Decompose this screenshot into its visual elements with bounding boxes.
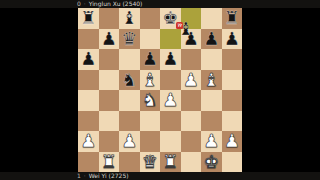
white-pawn[interactable]: ♟ <box>121 132 137 150</box>
square-g2[interactable]: ♟ <box>201 131 222 152</box>
square-a2[interactable]: ♟ <box>78 131 99 152</box>
square-b2[interactable] <box>99 131 120 152</box>
white-pawn[interactable]: ♟ <box>183 71 199 89</box>
top-player-bar: 0 · Yinglun Xu (2540) <box>0 0 320 8</box>
square-e3[interactable] <box>160 111 181 132</box>
square-c2[interactable]: ♟ <box>119 131 140 152</box>
bottom-player-bar: 1 · Wei Yi (2725) <box>0 172 320 180</box>
white-king[interactable]: ♚ <box>203 153 219 171</box>
square-a8[interactable]: ♜ <box>78 8 99 29</box>
square-c8[interactable]: ♝ <box>119 8 140 29</box>
white-pawn[interactable]: ♟ <box>162 91 178 109</box>
square-c4[interactable] <box>119 90 140 111</box>
square-f5[interactable]: ♟ <box>181 70 202 91</box>
bottom-player-score: 1 <box>77 172 81 180</box>
square-c3[interactable] <box>119 111 140 132</box>
square-d1[interactable]: ♛ <box>140 152 161 173</box>
square-h6[interactable] <box>222 49 243 70</box>
square-c7[interactable]: ♛ <box>119 29 140 50</box>
black-rook[interactable]: ♜ <box>224 9 240 27</box>
square-g6[interactable] <box>201 49 222 70</box>
black-pawn[interactable]: ♟ <box>101 30 117 48</box>
square-a3[interactable] <box>78 111 99 132</box>
white-bishop[interactable]: ♝ <box>142 71 158 89</box>
black-pawn[interactable]: ♟ <box>224 30 240 48</box>
square-d8[interactable] <box>140 8 161 29</box>
square-f3[interactable] <box>181 111 202 132</box>
blunder-annotation-badge: ?? <box>176 22 183 29</box>
square-h1[interactable] <box>222 152 243 173</box>
square-d7[interactable] <box>140 29 161 50</box>
square-f6[interactable] <box>181 49 202 70</box>
chess-broadcast-thumbnail: 0 · Yinglun Xu (2540) ♜♝♚♜♟♛♝♟♟♟♟♟♟♞♝♟♝♞… <box>0 0 320 180</box>
square-e2[interactable] <box>160 131 181 152</box>
square-h8[interactable]: ♜ <box>222 8 243 29</box>
square-b7[interactable]: ♟ <box>99 29 120 50</box>
square-c6[interactable] <box>119 49 140 70</box>
black-pawn[interactable]: ♟ <box>142 50 158 68</box>
square-d5[interactable]: ♝ <box>140 70 161 91</box>
white-pawn[interactable]: ♟ <box>80 132 96 150</box>
white-knight[interactable]: ♞ <box>142 91 158 109</box>
square-c5[interactable]: ♞ <box>119 70 140 91</box>
square-b1[interactable]: ♜ <box>99 152 120 173</box>
square-f2[interactable] <box>181 131 202 152</box>
square-g1[interactable]: ♚ <box>201 152 222 173</box>
white-pawn[interactable]: ♟ <box>203 132 219 150</box>
square-e6[interactable]: ♟ <box>160 49 181 70</box>
black-queen[interactable]: ♛ <box>121 30 137 48</box>
square-e7[interactable]: ♝ <box>160 29 181 50</box>
white-rook[interactable]: ♜ <box>101 153 117 171</box>
square-b6[interactable] <box>99 49 120 70</box>
white-queen[interactable]: ♛ <box>142 153 158 171</box>
black-knight[interactable]: ♞ <box>121 71 137 89</box>
square-a6[interactable]: ♟ <box>78 49 99 70</box>
square-f1[interactable] <box>181 152 202 173</box>
square-d2[interactable] <box>140 131 161 152</box>
square-g7[interactable]: ♟ <box>201 29 222 50</box>
square-e4[interactable]: ♟ <box>160 90 181 111</box>
square-e1[interactable]: ♜ <box>160 152 181 173</box>
black-pawn[interactable]: ♟ <box>162 50 178 68</box>
square-a7[interactable] <box>78 29 99 50</box>
square-b3[interactable] <box>99 111 120 132</box>
square-g5[interactable]: ♝ <box>201 70 222 91</box>
square-h4[interactable] <box>222 90 243 111</box>
square-g4[interactable] <box>201 90 222 111</box>
square-h3[interactable] <box>222 111 243 132</box>
square-g3[interactable] <box>201 111 222 132</box>
black-rook[interactable]: ♜ <box>80 9 96 27</box>
square-b5[interactable] <box>99 70 120 91</box>
square-h2[interactable]: ♟ <box>222 131 243 152</box>
square-b8[interactable] <box>99 8 120 29</box>
black-pawn[interactable]: ♟ <box>203 30 219 48</box>
square-b4[interactable] <box>99 90 120 111</box>
square-f4[interactable] <box>181 90 202 111</box>
square-d3[interactable] <box>140 111 161 132</box>
chess-board[interactable]: ♜♝♚♜♟♛♝♟♟♟♟♟♟♞♝♟♝♞♟♟♟♟♟♜♛♜♚ <box>78 8 242 172</box>
square-g8[interactable] <box>201 8 222 29</box>
square-c1[interactable] <box>119 152 140 173</box>
square-a5[interactable] <box>78 70 99 91</box>
square-d4[interactable]: ♞ <box>140 90 161 111</box>
square-h5[interactable] <box>222 70 243 91</box>
white-pawn[interactable]: ♟ <box>224 132 240 150</box>
bottom-player-name: Wei Yi (2725) <box>89 172 129 180</box>
white-bishop[interactable]: ♝ <box>203 71 219 89</box>
square-a4[interactable] <box>78 90 99 111</box>
black-pawn[interactable]: ♟ <box>80 50 96 68</box>
square-h7[interactable]: ♟ <box>222 29 243 50</box>
black-bishop[interactable]: ♝ <box>121 9 137 27</box>
score-name-separator: · <box>84 172 86 180</box>
white-rook[interactable]: ♜ <box>162 153 178 171</box>
square-d6[interactable]: ♟ <box>140 49 161 70</box>
square-e5[interactable] <box>160 70 181 91</box>
square-a1[interactable] <box>78 152 99 173</box>
